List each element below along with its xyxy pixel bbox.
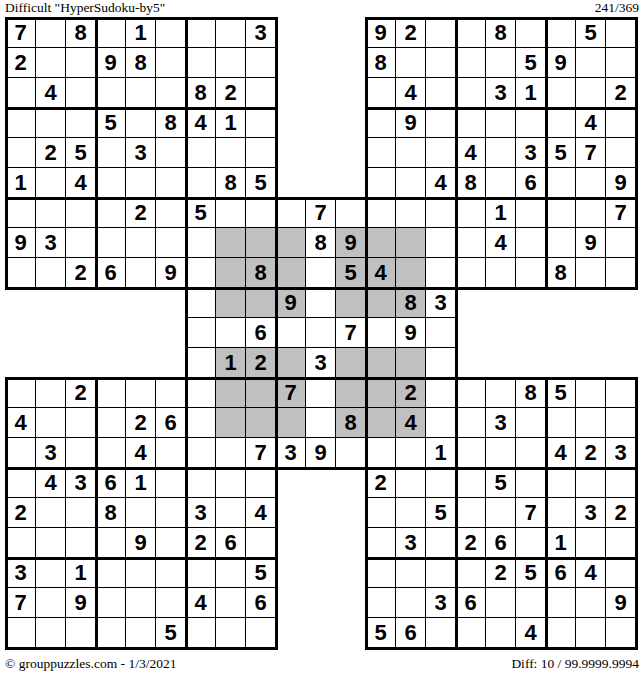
cell-r19c4[interactable] <box>96 558 126 588</box>
cell-r14c10[interactable] <box>276 408 306 438</box>
cell-r21c2[interactable] <box>36 618 66 648</box>
cell-r17c6[interactable] <box>156 498 186 528</box>
cell-r18c2[interactable] <box>36 528 66 558</box>
given-r15c21: 3 <box>606 438 636 468</box>
cell-r4c17[interactable] <box>486 108 516 138</box>
cell-r8c5[interactable] <box>126 228 156 258</box>
cell-r21c20[interactable] <box>576 618 606 648</box>
cell-r1c16[interactable] <box>456 18 486 48</box>
grid-border-vertical <box>275 377 278 650</box>
cell-r14c21[interactable] <box>606 408 636 438</box>
grid-border-horizontal <box>365 107 638 110</box>
cell-r3c6[interactable] <box>156 78 186 108</box>
cell-r4c21[interactable] <box>606 108 636 138</box>
cell-r14c13[interactable] <box>366 408 396 438</box>
cell-r16c21[interactable] <box>606 468 636 498</box>
cell-r13c8[interactable] <box>216 378 246 408</box>
grid-border-horizontal <box>5 17 278 20</box>
cell-r2c20[interactable] <box>576 48 606 78</box>
cell-r19c21[interactable] <box>606 558 636 588</box>
cell-r8c14[interactable] <box>396 228 426 258</box>
given-r13c14: 2 <box>396 378 426 408</box>
cell-r15c14[interactable] <box>396 438 426 468</box>
cell-r16c9[interactable] <box>246 468 276 498</box>
cell-r11c10[interactable] <box>276 318 306 348</box>
given-r17c20: 3 <box>576 498 606 528</box>
cell-r9c20[interactable] <box>576 258 606 288</box>
cell-r17c5[interactable] <box>126 498 156 528</box>
cell-r12c12[interactable] <box>336 348 366 378</box>
cell-r17c19[interactable] <box>546 498 576 528</box>
cell-r15c7[interactable] <box>186 438 216 468</box>
cell-r8c9[interactable] <box>246 228 276 258</box>
cell-r13c4[interactable] <box>96 378 126 408</box>
cell-r13c7[interactable] <box>186 378 216 408</box>
given-r17c4: 8 <box>96 498 126 528</box>
given-r7c11: 7 <box>306 198 336 228</box>
cell-r7c4[interactable] <box>96 198 126 228</box>
given-r6c18: 6 <box>516 168 546 198</box>
cell-r7c9[interactable] <box>246 198 276 228</box>
grid-border-horizontal <box>5 557 278 560</box>
cell-r5c7[interactable] <box>186 138 216 168</box>
given-r4c20: 4 <box>576 108 606 138</box>
cell-r13c12[interactable] <box>336 378 366 408</box>
grid-border-vertical <box>95 377 98 650</box>
cell-r13c13[interactable] <box>366 378 396 408</box>
cell-r2c8[interactable] <box>216 48 246 78</box>
cell-r14c9[interactable] <box>246 408 276 438</box>
cell-r8c4[interactable] <box>96 228 126 258</box>
cell-r18c6[interactable] <box>156 528 186 558</box>
cell-r1c6[interactable] <box>156 18 186 48</box>
cell-r14c3[interactable] <box>66 408 96 438</box>
given-r3c2: 4 <box>36 78 66 108</box>
cell-r4c3[interactable] <box>66 108 96 138</box>
cell-r19c6[interactable] <box>156 558 186 588</box>
cell-r14c16[interactable] <box>456 408 486 438</box>
cell-r21c7[interactable] <box>186 618 216 648</box>
cell-r9c10[interactable] <box>276 258 306 288</box>
cell-r12c13[interactable] <box>366 348 396 378</box>
cell-r6c5[interactable] <box>126 168 156 198</box>
cell-r3c5[interactable] <box>126 78 156 108</box>
grid-border-horizontal <box>365 647 638 650</box>
cell-r19c8[interactable] <box>216 558 246 588</box>
cell-r6c13[interactable] <box>366 168 396 198</box>
cell-r11c7[interactable] <box>186 318 216 348</box>
given-r3c17: 3 <box>486 78 516 108</box>
cell-r8c15[interactable] <box>426 228 456 258</box>
cell-r7c13[interactable] <box>366 198 396 228</box>
cell-r21c4[interactable] <box>96 618 126 648</box>
cell-r10c9[interactable] <box>246 288 276 318</box>
cell-r10c11[interactable] <box>306 288 336 318</box>
cell-r20c6[interactable] <box>156 588 186 618</box>
given-r18c7: 2 <box>186 528 216 558</box>
cell-r9c8[interactable] <box>216 258 246 288</box>
cell-r16c20[interactable] <box>576 468 606 498</box>
cell-r9c15[interactable] <box>426 258 456 288</box>
cell-r8c10[interactable] <box>276 228 306 258</box>
cell-r12c14[interactable] <box>396 348 426 378</box>
cell-r3c20[interactable] <box>576 78 606 108</box>
cell-r15c13[interactable] <box>366 438 396 468</box>
cell-r2c15[interactable] <box>426 48 456 78</box>
cell-r19c16[interactable] <box>456 558 486 588</box>
cell-r3c13[interactable] <box>366 78 396 108</box>
cell-r8c21[interactable] <box>606 228 636 258</box>
cell-r4c9[interactable] <box>246 108 276 138</box>
given-r16c2: 4 <box>36 468 66 498</box>
cell-r13c16[interactable] <box>456 378 486 408</box>
cell-r9c14[interactable] <box>396 258 426 288</box>
cell-r16c1[interactable] <box>6 468 36 498</box>
grid-border-horizontal <box>365 17 638 20</box>
cell-r19c2[interactable] <box>36 558 66 588</box>
cell-r4c13[interactable] <box>366 108 396 138</box>
cell-r2c16[interactable] <box>456 48 486 78</box>
cell-r12c10[interactable] <box>276 348 306 378</box>
cell-r5c13[interactable] <box>366 138 396 168</box>
given-r20c7: 4 <box>186 588 216 618</box>
cell-r7c20[interactable] <box>576 198 606 228</box>
cell-r13c15[interactable] <box>426 378 456 408</box>
cell-r18c3[interactable] <box>66 528 96 558</box>
cell-r20c5[interactable] <box>126 588 156 618</box>
cell-r4c1[interactable] <box>6 108 36 138</box>
given-r3c8: 2 <box>216 78 246 108</box>
cell-r17c17[interactable] <box>486 498 516 528</box>
given-r9c6: 9 <box>156 258 186 288</box>
cell-r21c1[interactable] <box>6 618 36 648</box>
given-r14c14: 4 <box>396 408 426 438</box>
cell-r9c21[interactable] <box>606 258 636 288</box>
cell-r19c15[interactable] <box>426 558 456 588</box>
cell-r13c20[interactable] <box>576 378 606 408</box>
given-r19c17: 2 <box>486 558 516 588</box>
cell-r20c13[interactable] <box>366 588 396 618</box>
cell-r18c15[interactable] <box>426 528 456 558</box>
cell-r14c11[interactable] <box>306 408 336 438</box>
given-r6c9: 5 <box>246 168 276 198</box>
cell-r12c7[interactable] <box>186 348 216 378</box>
grid-border-horizontal <box>5 377 278 380</box>
grid-border-vertical <box>365 377 368 650</box>
given-r13c18: 8 <box>516 378 546 408</box>
given-r4c8: 1 <box>216 108 246 138</box>
cell-r16c16[interactable] <box>456 468 486 498</box>
cell-r6c20[interactable] <box>576 168 606 198</box>
cell-r15c12[interactable] <box>336 438 366 468</box>
cell-r21c9[interactable] <box>246 618 276 648</box>
cell-r16c19[interactable] <box>546 468 576 498</box>
cell-r6c7[interactable] <box>186 168 216 198</box>
given-r4c14: 9 <box>396 108 426 138</box>
cell-r7c2[interactable] <box>36 198 66 228</box>
cell-r7c14[interactable] <box>396 198 426 228</box>
cell-r2c6[interactable] <box>156 48 186 78</box>
cell-r3c3[interactable] <box>66 78 96 108</box>
cell-r9c7[interactable] <box>186 258 216 288</box>
cell-r20c4[interactable] <box>96 588 126 618</box>
given-r19c9: 5 <box>246 558 276 588</box>
given-r9c19: 8 <box>546 258 576 288</box>
cell-r13c17[interactable] <box>486 378 516 408</box>
cell-r20c8[interactable] <box>216 588 246 618</box>
cell-r7c12[interactable] <box>336 198 366 228</box>
cell-r8c7[interactable] <box>186 228 216 258</box>
cell-r17c3[interactable] <box>66 498 96 528</box>
grid-border-vertical <box>545 17 548 290</box>
cell-r3c16[interactable] <box>456 78 486 108</box>
cell-r18c9[interactable] <box>246 528 276 558</box>
cell-r15c6[interactable] <box>156 438 186 468</box>
cell-r10c7[interactable] <box>186 288 216 318</box>
cell-r14c4[interactable] <box>96 408 126 438</box>
cell-r5c9[interactable] <box>246 138 276 168</box>
cell-r17c2[interactable] <box>36 498 66 528</box>
cell-r6c4[interactable] <box>96 168 126 198</box>
cell-r19c7[interactable] <box>186 558 216 588</box>
cell-r14c19[interactable] <box>546 408 576 438</box>
cell-r9c11[interactable] <box>306 258 336 288</box>
cell-r1c4[interactable] <box>96 18 126 48</box>
cell-r13c1[interactable] <box>6 378 36 408</box>
cell-r6c2[interactable] <box>36 168 66 198</box>
given-r5c18: 3 <box>516 138 546 168</box>
cell-r14c2[interactable] <box>36 408 66 438</box>
cell-r15c4[interactable] <box>96 438 126 468</box>
cell-r18c20[interactable] <box>576 528 606 558</box>
cell-r1c2[interactable] <box>36 18 66 48</box>
cell-r7c1[interactable] <box>6 198 36 228</box>
cell-r6c19[interactable] <box>546 168 576 198</box>
cell-r15c17[interactable] <box>486 438 516 468</box>
cell-r15c16[interactable] <box>456 438 486 468</box>
cell-r7c19[interactable] <box>546 198 576 228</box>
cell-r1c15[interactable] <box>426 18 456 48</box>
cell-r16c6[interactable] <box>156 468 186 498</box>
cell-r14c8[interactable] <box>216 408 246 438</box>
cell-r20c18[interactable] <box>516 588 546 618</box>
header: Difficult "HyperSudoku-by5" 241/369 <box>0 0 643 15</box>
cell-r15c8[interactable] <box>216 438 246 468</box>
cell-r9c17[interactable] <box>486 258 516 288</box>
cell-r4c5[interactable] <box>126 108 156 138</box>
cell-r5c15[interactable] <box>426 138 456 168</box>
cell-r1c8[interactable] <box>216 18 246 48</box>
grid-border-horizontal <box>5 467 278 470</box>
cell-r20c2[interactable] <box>36 588 66 618</box>
cell-r20c14[interactable] <box>396 588 426 618</box>
cell-r9c5[interactable] <box>126 258 156 288</box>
grid-border-horizontal <box>185 197 458 200</box>
given-r8c17: 4 <box>486 228 516 258</box>
cell-r4c19[interactable] <box>546 108 576 138</box>
given-r3c14: 4 <box>396 78 426 108</box>
cell-r9c1[interactable] <box>6 258 36 288</box>
cell-r18c21[interactable] <box>606 528 636 558</box>
cell-r15c18[interactable] <box>516 438 546 468</box>
cell-r1c21[interactable] <box>606 18 636 48</box>
cell-r5c17[interactable] <box>486 138 516 168</box>
cell-r21c21[interactable] <box>606 618 636 648</box>
cell-r21c16[interactable] <box>456 618 486 648</box>
cell-r21c3[interactable] <box>66 618 96 648</box>
cell-r11c13[interactable] <box>366 318 396 348</box>
cell-r7c15[interactable] <box>426 198 456 228</box>
cell-r3c15[interactable] <box>426 78 456 108</box>
cell-r7c16[interactable] <box>456 198 486 228</box>
cell-r18c1[interactable] <box>6 528 36 558</box>
cell-r9c2[interactable] <box>36 258 66 288</box>
cell-r8c13[interactable] <box>366 228 396 258</box>
cell-r11c8[interactable] <box>216 318 246 348</box>
cell-r6c14[interactable] <box>396 168 426 198</box>
grid-border-vertical <box>95 17 98 290</box>
sudoku-board: 7813928529885948243125841942534357148548… <box>6 18 639 651</box>
given-r19c20: 4 <box>576 558 606 588</box>
cell-r14c15[interactable] <box>426 408 456 438</box>
given-r7c5: 2 <box>126 198 156 228</box>
cell-r17c13[interactable] <box>366 498 396 528</box>
cell-r20c19[interactable] <box>546 588 576 618</box>
cell-r8c6[interactable] <box>156 228 186 258</box>
cell-r3c1[interactable] <box>6 78 36 108</box>
cell-r5c4[interactable] <box>96 138 126 168</box>
cell-r13c21[interactable] <box>606 378 636 408</box>
grid-border-horizontal <box>365 557 638 560</box>
cell-r7c6[interactable] <box>156 198 186 228</box>
cell-r9c16[interactable] <box>456 258 486 288</box>
cell-r8c3[interactable] <box>66 228 96 258</box>
cell-r14c7[interactable] <box>186 408 216 438</box>
cell-r2c14[interactable] <box>396 48 426 78</box>
cell-r17c14[interactable] <box>396 498 426 528</box>
cell-r19c13[interactable] <box>366 558 396 588</box>
cell-r19c5[interactable] <box>126 558 156 588</box>
given-r14c6: 6 <box>156 408 186 438</box>
cell-r19c14[interactable] <box>396 558 426 588</box>
cell-r16c15[interactable] <box>426 468 456 498</box>
cell-r18c18[interactable] <box>516 528 546 558</box>
cell-r10c12[interactable] <box>336 288 366 318</box>
cell-r20c17[interactable] <box>486 588 516 618</box>
cell-r8c16[interactable] <box>456 228 486 258</box>
given-r1c20: 5 <box>576 18 606 48</box>
cell-r7c8[interactable] <box>216 198 246 228</box>
cell-r2c2[interactable] <box>36 48 66 78</box>
given-r20c21: 9 <box>606 588 636 618</box>
cell-r1c18[interactable] <box>516 18 546 48</box>
cell-r7c18[interactable] <box>516 198 546 228</box>
cell-r3c19[interactable] <box>546 78 576 108</box>
cell-r1c7[interactable] <box>186 18 216 48</box>
cell-r18c4[interactable] <box>96 528 126 558</box>
cell-r15c3[interactable] <box>66 438 96 468</box>
cell-r21c8[interactable] <box>216 618 246 648</box>
cell-r14c18[interactable] <box>516 408 546 438</box>
cell-r18c13[interactable] <box>366 528 396 558</box>
given-r8c12: 9 <box>336 228 366 258</box>
given-r15c5: 4 <box>126 438 156 468</box>
cell-r21c19[interactable] <box>546 618 576 648</box>
cell-r4c16[interactable] <box>456 108 486 138</box>
cell-r21c5[interactable] <box>126 618 156 648</box>
cell-r1c19[interactable] <box>546 18 576 48</box>
cell-r3c9[interactable] <box>246 78 276 108</box>
cell-r8c8[interactable] <box>216 228 246 258</box>
cell-r2c17[interactable] <box>486 48 516 78</box>
given-r15c2: 3 <box>36 438 66 468</box>
cell-r21c17[interactable] <box>486 618 516 648</box>
cell-r6c17[interactable] <box>486 168 516 198</box>
cell-r2c21[interactable] <box>606 48 636 78</box>
given-r4c4: 5 <box>96 108 126 138</box>
cell-r5c6[interactable] <box>156 138 186 168</box>
cell-r13c9[interactable] <box>246 378 276 408</box>
cell-r4c2[interactable] <box>36 108 66 138</box>
cell-r16c7[interactable] <box>186 468 216 498</box>
cell-r5c8[interactable] <box>216 138 246 168</box>
given-r7c17: 1 <box>486 198 516 228</box>
cell-r2c3[interactable] <box>66 48 96 78</box>
cell-r11c15[interactable] <box>426 318 456 348</box>
cell-r13c11[interactable] <box>306 378 336 408</box>
cell-r5c1[interactable] <box>6 138 36 168</box>
cell-r8c18[interactable] <box>516 228 546 258</box>
given-r6c3: 4 <box>66 168 96 198</box>
cell-r16c8[interactable] <box>216 468 246 498</box>
cell-r4c15[interactable] <box>426 108 456 138</box>
cell-r17c16[interactable] <box>456 498 486 528</box>
cell-r5c21[interactable] <box>606 138 636 168</box>
given-r15c15: 1 <box>426 438 456 468</box>
cell-r21c15[interactable] <box>426 618 456 648</box>
cell-r13c6[interactable] <box>156 378 186 408</box>
cell-r7c10[interactable] <box>276 198 306 228</box>
cell-r2c9[interactable] <box>246 48 276 78</box>
cell-r2c7[interactable] <box>186 48 216 78</box>
cell-r11c11[interactable] <box>306 318 336 348</box>
cell-r14c20[interactable] <box>576 408 606 438</box>
cell-r17c8[interactable] <box>216 498 246 528</box>
given-r1c5: 1 <box>126 18 156 48</box>
cell-r20c20[interactable] <box>576 588 606 618</box>
cell-r10c13[interactable] <box>366 288 396 318</box>
cell-r12c15[interactable] <box>426 348 456 378</box>
cell-r13c5[interactable] <box>126 378 156 408</box>
cell-r3c4[interactable] <box>96 78 126 108</box>
cell-r13c2[interactable] <box>36 378 66 408</box>
copyright-text: © grouppuzzles.com - 1/3/2021 <box>5 656 176 671</box>
cell-r9c18[interactable] <box>516 258 546 288</box>
cell-r16c14[interactable] <box>396 468 426 498</box>
given-r8c1: 9 <box>6 228 36 258</box>
cell-r5c14[interactable] <box>396 138 426 168</box>
given-r8c2: 3 <box>36 228 66 258</box>
cell-r16c18[interactable] <box>516 468 546 498</box>
cell-r6c6[interactable] <box>156 168 186 198</box>
cell-r15c1[interactable] <box>6 438 36 468</box>
cell-r8c19[interactable] <box>546 228 576 258</box>
cell-r7c3[interactable] <box>66 198 96 228</box>
given-r5c16: 4 <box>456 138 486 168</box>
grid-border-vertical <box>185 377 188 650</box>
cell-r10c8[interactable] <box>216 288 246 318</box>
cell-r4c18[interactable] <box>516 108 546 138</box>
